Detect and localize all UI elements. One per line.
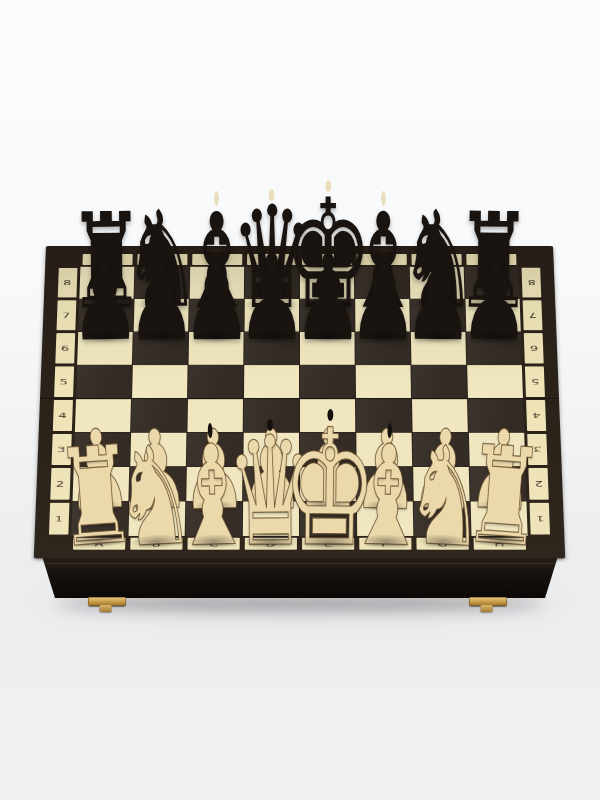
square-d5[interactable] — [244, 365, 299, 398]
finial-bishop — [381, 191, 386, 206]
square-b8[interactable] — [135, 267, 190, 299]
rank-label-right-2: 2 — [528, 468, 548, 499]
file-label-bottom-c: C — [188, 538, 240, 550]
square-a1[interactable] — [71, 501, 128, 535]
square-c2[interactable] — [186, 467, 242, 501]
file-label-top-a: A — [82, 254, 132, 265]
square-a2[interactable] — [73, 467, 130, 501]
square-b6[interactable] — [133, 332, 188, 365]
square-d8[interactable] — [245, 267, 299, 299]
finial-king — [325, 180, 331, 192]
square-f3[interactable] — [356, 433, 412, 467]
file-label-bottom-b: B — [130, 538, 182, 550]
square-h8[interactable] — [465, 267, 520, 299]
square-d3[interactable] — [243, 433, 299, 467]
square-c7[interactable] — [189, 299, 244, 331]
rank-label-left-5: 5 — [54, 366, 74, 397]
file-label-bottom-e: E — [302, 538, 354, 550]
rank-label-right-4: 4 — [526, 400, 546, 431]
square-g7[interactable] — [410, 299, 465, 331]
file-label-bottom-f: F — [359, 538, 411, 550]
square-d4[interactable] — [244, 399, 299, 432]
rank-label-left-4: 4 — [53, 400, 73, 431]
hinge-right — [469, 597, 507, 606]
square-h2[interactable] — [470, 467, 527, 501]
square-b5[interactable] — [132, 365, 188, 398]
square-c3[interactable] — [187, 433, 243, 467]
square-b3[interactable] — [130, 433, 186, 467]
hinge-left — [88, 597, 126, 606]
square-a3[interactable] — [74, 433, 130, 467]
square-e5[interactable] — [300, 365, 355, 398]
square-e4[interactable] — [300, 399, 355, 432]
square-e8[interactable] — [300, 267, 354, 299]
rank-label-right-5: 5 — [525, 366, 545, 397]
rank-label-right-6: 6 — [524, 333, 544, 363]
scene: AA88BB77CC66DD55EE44FF33GG22HH11 ♜♞♝♛♚♝♞… — [0, 0, 600, 800]
chess-board: AA88BB77CC66DD55EE44FF33GG22HH11 — [34, 246, 566, 559]
square-g4[interactable] — [412, 399, 468, 432]
rank-label-right-3: 3 — [527, 434, 547, 465]
square-d7[interactable] — [245, 299, 299, 331]
square-d2[interactable] — [243, 467, 299, 501]
square-g5[interactable] — [411, 365, 467, 398]
file-label-top-e: E — [302, 254, 352, 265]
square-c1[interactable] — [186, 501, 242, 535]
square-e1[interactable] — [300, 501, 356, 535]
square-b4[interactable] — [131, 399, 187, 432]
square-c8[interactable] — [190, 267, 244, 299]
file-label-top-d: D — [247, 254, 297, 265]
square-h5[interactable] — [467, 365, 523, 398]
square-g2[interactable] — [413, 467, 469, 501]
box-side-edge — [33, 553, 567, 598]
square-g6[interactable] — [411, 332, 466, 365]
square-a8[interactable] — [79, 267, 134, 299]
rank-label-left-6: 6 — [55, 333, 75, 363]
square-g1[interactable] — [414, 501, 471, 535]
rank-label-right-8: 8 — [522, 268, 542, 298]
square-e2[interactable] — [300, 467, 356, 501]
rank-label-right-7: 7 — [523, 300, 543, 330]
square-b2[interactable] — [129, 467, 185, 501]
file-label-top-f: F — [357, 254, 407, 265]
square-b1[interactable] — [129, 501, 186, 535]
rank-label-left-1: 1 — [49, 503, 69, 535]
square-f5[interactable] — [356, 365, 411, 398]
square-h7[interactable] — [465, 299, 520, 331]
file-label-top-b: B — [137, 254, 187, 265]
square-f8[interactable] — [355, 267, 409, 299]
square-f4[interactable] — [356, 399, 412, 432]
square-e6[interactable] — [300, 332, 355, 365]
square-a5[interactable] — [76, 365, 132, 398]
file-label-bottom-a: A — [73, 538, 125, 550]
square-h3[interactable] — [469, 433, 525, 467]
square-f7[interactable] — [355, 299, 410, 331]
file-label-top-g: G — [412, 254, 462, 265]
finial-queen — [269, 189, 275, 201]
square-e3[interactable] — [300, 433, 356, 467]
file-label-bottom-g: G — [416, 538, 468, 550]
rank-label-left-8: 8 — [58, 268, 78, 298]
fold-seam-line — [40, 398, 559, 399]
square-h4[interactable] — [468, 399, 524, 432]
rank-label-left-7: 7 — [57, 300, 77, 330]
file-label-bottom-d: D — [245, 538, 297, 550]
file-label-top-h: H — [466, 254, 516, 265]
square-h6[interactable] — [466, 332, 522, 365]
square-a4[interactable] — [75, 399, 131, 432]
rank-label-right-1: 1 — [530, 503, 550, 535]
square-d1[interactable] — [243, 501, 299, 535]
rank-label-left-3: 3 — [52, 434, 72, 465]
board-grid: AA88BB77CC66DD55EE44FF33GG22HH11 — [34, 246, 566, 559]
square-f6[interactable] — [355, 332, 410, 365]
square-f2[interactable] — [357, 467, 413, 501]
square-a6[interactable] — [77, 332, 133, 365]
square-b7[interactable] — [134, 299, 189, 331]
rank-label-left-2: 2 — [50, 468, 70, 499]
square-c5[interactable] — [188, 365, 243, 398]
finial-bishop — [215, 191, 220, 206]
square-h1[interactable] — [471, 501, 528, 535]
square-g8[interactable] — [410, 267, 465, 299]
file-label-bottom-h: H — [474, 538, 526, 550]
square-c4[interactable] — [187, 399, 243, 432]
square-c6[interactable] — [189, 332, 244, 365]
file-label-top-c: C — [192, 254, 242, 265]
square-g3[interactable] — [413, 433, 469, 467]
square-f1[interactable] — [357, 501, 413, 535]
square-a7[interactable] — [78, 299, 133, 331]
square-e7[interactable] — [300, 299, 354, 331]
square-d6[interactable] — [244, 332, 299, 365]
